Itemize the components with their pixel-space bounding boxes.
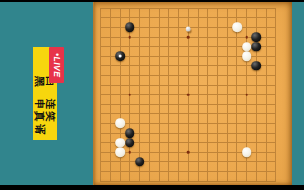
star-point	[245, 93, 248, 96]
grid-line-horizontal	[100, 161, 276, 162]
go-board	[93, 2, 292, 185]
grid-line-vertical	[198, 8, 199, 182]
white-player-column: 白 连笑	[45, 75, 56, 140]
grid-line-horizontal	[100, 104, 276, 105]
star-point	[129, 151, 132, 154]
last-move-marker	[119, 55, 122, 58]
grid-line-vertical	[266, 8, 267, 182]
grid-line-horizontal	[100, 123, 276, 124]
white-stone	[232, 23, 242, 33]
star-point	[187, 93, 190, 96]
white-stone	[242, 147, 252, 157]
rotated-char: 连	[44, 98, 57, 109]
white-player-name: 连笑	[45, 98, 56, 123]
star-point	[245, 36, 248, 39]
live-badge: •LIVE	[49, 47, 64, 83]
white-stone	[115, 119, 125, 129]
white-stone	[115, 138, 125, 148]
star-point	[129, 36, 132, 39]
teal-background: 黑 申真谞 白 连笑 •LIVE	[0, 2, 304, 185]
rotated-char: 谞	[33, 123, 46, 134]
star-point	[129, 93, 132, 96]
broadcast-frame: 黑 申真谞 白 连笑 •LIVE	[0, 0, 304, 190]
star-point	[187, 151, 190, 154]
black-stone	[252, 61, 262, 71]
grid-line-vertical	[217, 8, 218, 182]
black-stone	[115, 51, 125, 61]
black-stone	[125, 138, 135, 148]
white-stone	[242, 51, 252, 61]
grid-line-horizontal	[100, 171, 276, 172]
white-stone	[242, 42, 252, 52]
black-stone	[135, 157, 145, 167]
letterbox-bottom	[0, 185, 304, 190]
rotated-char: 笑	[44, 111, 57, 122]
white-stone	[115, 147, 125, 157]
black-stone	[252, 42, 262, 52]
black-stone	[252, 32, 262, 42]
grid-line-horizontal	[100, 181, 276, 182]
grid-line-vertical	[275, 8, 276, 182]
star-point	[187, 36, 190, 39]
black-stone	[125, 23, 135, 33]
grid-line-vertical	[207, 8, 208, 182]
cursor-marker	[186, 26, 191, 31]
grid-line-vertical	[227, 8, 228, 182]
grid-line-vertical	[236, 8, 237, 182]
grid-line-horizontal	[100, 113, 276, 114]
black-stone	[125, 128, 135, 138]
